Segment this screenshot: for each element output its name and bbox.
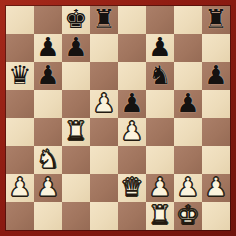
square-e5[interactable]: ♟ [118,90,146,118]
square-c3[interactable] [62,146,90,174]
piece-white-pawn[interactable]: ♟ [8,173,31,201]
piece-black-king[interactable]: ♚ [64,5,87,33]
square-d1[interactable] [90,202,118,230]
square-f5[interactable] [146,90,174,118]
square-e4[interactable]: ♟ [118,118,146,146]
piece-black-pawn[interactable]: ♟ [148,33,171,61]
square-g5[interactable]: ♟ [174,90,202,118]
square-h7[interactable] [202,34,230,62]
piece-white-rook[interactable]: ♜ [148,201,171,229]
square-f6[interactable]: ♞ [146,62,174,90]
piece-white-queen[interactable]: ♛ [120,173,143,201]
square-e7[interactable] [118,34,146,62]
piece-white-rook[interactable]: ♜ [64,117,87,145]
square-a2[interactable]: ♟ [6,174,34,202]
square-b5[interactable] [34,90,62,118]
square-c4[interactable]: ♜ [62,118,90,146]
square-b4[interactable] [34,118,62,146]
square-f8[interactable] [146,6,174,34]
piece-black-rook[interactable]: ♜ [204,5,227,33]
square-b6[interactable]: ♟ [34,62,62,90]
square-g8[interactable] [174,6,202,34]
square-c6[interactable] [62,62,90,90]
square-g3[interactable] [174,146,202,174]
square-a8[interactable] [6,6,34,34]
piece-white-pawn[interactable]: ♟ [176,173,199,201]
square-e8[interactable] [118,6,146,34]
square-d7[interactable] [90,34,118,62]
square-a7[interactable] [6,34,34,62]
square-a5[interactable] [6,90,34,118]
square-h3[interactable] [202,146,230,174]
piece-black-pawn[interactable]: ♟ [176,89,199,117]
square-g4[interactable] [174,118,202,146]
square-g2[interactable]: ♟ [174,174,202,202]
square-f3[interactable] [146,146,174,174]
square-f1[interactable]: ♜ [146,202,174,230]
piece-black-pawn[interactable]: ♟ [36,61,59,89]
square-h2[interactable]: ♟ [202,174,230,202]
piece-white-pawn[interactable]: ♟ [120,117,143,145]
square-c5[interactable] [62,90,90,118]
piece-white-pawn[interactable]: ♟ [148,173,171,201]
square-d4[interactable] [90,118,118,146]
square-f7[interactable]: ♟ [146,34,174,62]
piece-black-pawn[interactable]: ♟ [36,33,59,61]
piece-black-pawn[interactable]: ♟ [64,33,87,61]
piece-white-pawn[interactable]: ♟ [204,173,227,201]
square-d6[interactable] [90,62,118,90]
piece-black-pawn[interactable]: ♟ [204,61,227,89]
square-c7[interactable]: ♟ [62,34,90,62]
square-g1[interactable]: ♚ [174,202,202,230]
square-d8[interactable]: ♜ [90,6,118,34]
square-a6[interactable]: ♛ [6,62,34,90]
square-h5[interactable] [202,90,230,118]
square-e2[interactable]: ♛ [118,174,146,202]
square-a1[interactable] [6,202,34,230]
square-h1[interactable] [202,202,230,230]
square-b1[interactable] [34,202,62,230]
square-h6[interactable]: ♟ [202,62,230,90]
square-c1[interactable] [62,202,90,230]
chess-board: ♚♜♜♟♟♟♛♟♞♟♟♟♟♜♟♞♟♟♛♟♟♟♜♚ [6,6,230,230]
square-d3[interactable] [90,146,118,174]
square-e3[interactable] [118,146,146,174]
square-b2[interactable]: ♟ [34,174,62,202]
square-h8[interactable]: ♜ [202,6,230,34]
square-a3[interactable] [6,146,34,174]
piece-white-pawn[interactable]: ♟ [92,89,115,117]
piece-black-knight[interactable]: ♞ [148,61,171,89]
piece-black-rook[interactable]: ♜ [92,5,115,33]
piece-black-queen[interactable]: ♛ [8,61,31,89]
piece-white-king[interactable]: ♚ [176,201,199,229]
square-b7[interactable]: ♟ [34,34,62,62]
square-c8[interactable]: ♚ [62,6,90,34]
square-e6[interactable] [118,62,146,90]
square-h4[interactable] [202,118,230,146]
piece-black-pawn[interactable]: ♟ [120,89,143,117]
piece-white-pawn[interactable]: ♟ [36,173,59,201]
square-b3[interactable]: ♞ [34,146,62,174]
piece-white-knight[interactable]: ♞ [36,145,59,173]
square-g6[interactable] [174,62,202,90]
square-e1[interactable] [118,202,146,230]
square-b8[interactable] [34,6,62,34]
square-a4[interactable] [6,118,34,146]
square-d5[interactable]: ♟ [90,90,118,118]
square-f4[interactable] [146,118,174,146]
square-f2[interactable]: ♟ [146,174,174,202]
square-c2[interactable] [62,174,90,202]
square-g7[interactable] [174,34,202,62]
square-d2[interactable] [90,174,118,202]
board-frame: ♚♜♜♟♟♟♛♟♞♟♟♟♟♜♟♞♟♟♛♟♟♟♜♚ [0,0,236,236]
